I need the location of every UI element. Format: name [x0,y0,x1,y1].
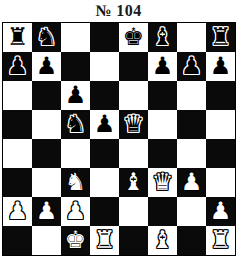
square-e1[interactable] [119,226,148,255]
square-g1[interactable] [177,226,206,255]
black-queen-icon: ♛ [119,110,148,139]
square-b2[interactable]: ♟ [32,197,61,226]
square-e6[interactable] [119,81,148,110]
square-e8[interactable]: ♚ [119,23,148,52]
square-g6[interactable] [177,81,206,110]
white-pawn-icon: ♟ [61,197,90,226]
square-h4[interactable] [206,139,235,168]
black-pawn-icon: ♟ [90,110,119,139]
white-pawn-icon: ♟ [206,197,235,226]
square-b4[interactable] [32,139,61,168]
white-pawn-icon: ♟ [32,197,61,226]
square-a4[interactable] [3,139,32,168]
square-c6[interactable]: ♟ [61,81,90,110]
square-e4[interactable] [119,139,148,168]
square-c1[interactable]: ♚ [61,226,90,255]
square-b3[interactable] [32,168,61,197]
square-f6[interactable] [148,81,177,110]
square-a2[interactable]: ♟ [3,197,32,226]
square-h2[interactable]: ♟ [206,197,235,226]
square-h8[interactable]: ♜ [206,23,235,52]
white-pawn-icon: ♟ [177,168,206,197]
white-rook-icon: ♜ [206,226,235,255]
square-g3[interactable]: ♟ [177,168,206,197]
square-g2[interactable] [177,197,206,226]
square-g4[interactable] [177,139,206,168]
chess-board: ♜♞♚♝♜♟♟♟♟♟♟♞♟♛♞♝♛♟♟♟♟♟♚♜♝♜ [2,22,236,256]
square-f1[interactable]: ♝ [148,226,177,255]
black-king-icon: ♚ [119,23,148,52]
square-h1[interactable]: ♜ [206,226,235,255]
square-a1[interactable] [3,226,32,255]
black-knight-icon: ♞ [32,23,61,52]
square-g5[interactable] [177,110,206,139]
square-f8[interactable]: ♝ [148,23,177,52]
white-pawn-icon: ♟ [3,197,32,226]
black-pawn-icon: ♟ [61,81,90,110]
square-e7[interactable] [119,52,148,81]
square-d1[interactable]: ♜ [90,226,119,255]
black-bishop-icon: ♝ [148,23,177,52]
square-d5[interactable]: ♟ [90,110,119,139]
black-rook-icon: ♜ [206,23,235,52]
white-bishop-icon: ♝ [119,168,148,197]
square-e2[interactable] [119,197,148,226]
square-a5[interactable] [3,110,32,139]
white-knight-icon: ♞ [61,168,90,197]
black-pawn-icon: ♟ [177,52,206,81]
square-b8[interactable]: ♞ [32,23,61,52]
white-queen-icon: ♛ [148,168,177,197]
white-bishop-icon: ♝ [148,226,177,255]
square-d8[interactable] [90,23,119,52]
square-d3[interactable] [90,168,119,197]
square-d2[interactable] [90,197,119,226]
square-c7[interactable] [61,52,90,81]
square-g7[interactable]: ♟ [177,52,206,81]
black-pawn-icon: ♟ [148,52,177,81]
white-king-icon: ♚ [61,226,90,255]
square-c5[interactable]: ♞ [61,110,90,139]
square-d4[interactable] [90,139,119,168]
square-h5[interactable] [206,110,235,139]
square-a8[interactable]: ♜ [3,23,32,52]
square-d7[interactable] [90,52,119,81]
square-c3[interactable]: ♞ [61,168,90,197]
square-a3[interactable] [3,168,32,197]
square-f2[interactable] [148,197,177,226]
black-pawn-icon: ♟ [206,52,235,81]
white-rook-icon: ♜ [90,226,119,255]
square-e3[interactable]: ♝ [119,168,148,197]
square-e5[interactable]: ♛ [119,110,148,139]
square-a6[interactable] [3,81,32,110]
square-h3[interactable] [206,168,235,197]
square-b6[interactable] [32,81,61,110]
square-c8[interactable] [61,23,90,52]
square-f5[interactable] [148,110,177,139]
square-g8[interactable] [177,23,206,52]
square-b1[interactable] [32,226,61,255]
black-knight-icon: ♞ [61,110,90,139]
square-d6[interactable] [90,81,119,110]
square-c2[interactable]: ♟ [61,197,90,226]
black-rook-icon: ♜ [3,23,32,52]
square-f4[interactable] [148,139,177,168]
square-f7[interactable]: ♟ [148,52,177,81]
square-a7[interactable]: ♟ [3,52,32,81]
square-b5[interactable] [32,110,61,139]
square-c4[interactable] [61,139,90,168]
black-pawn-icon: ♟ [3,52,32,81]
square-h6[interactable] [206,81,235,110]
square-h7[interactable]: ♟ [206,52,235,81]
square-f3[interactable]: ♛ [148,168,177,197]
page-title: № 104 [0,0,237,22]
black-pawn-icon: ♟ [32,52,61,81]
square-b7[interactable]: ♟ [32,52,61,81]
